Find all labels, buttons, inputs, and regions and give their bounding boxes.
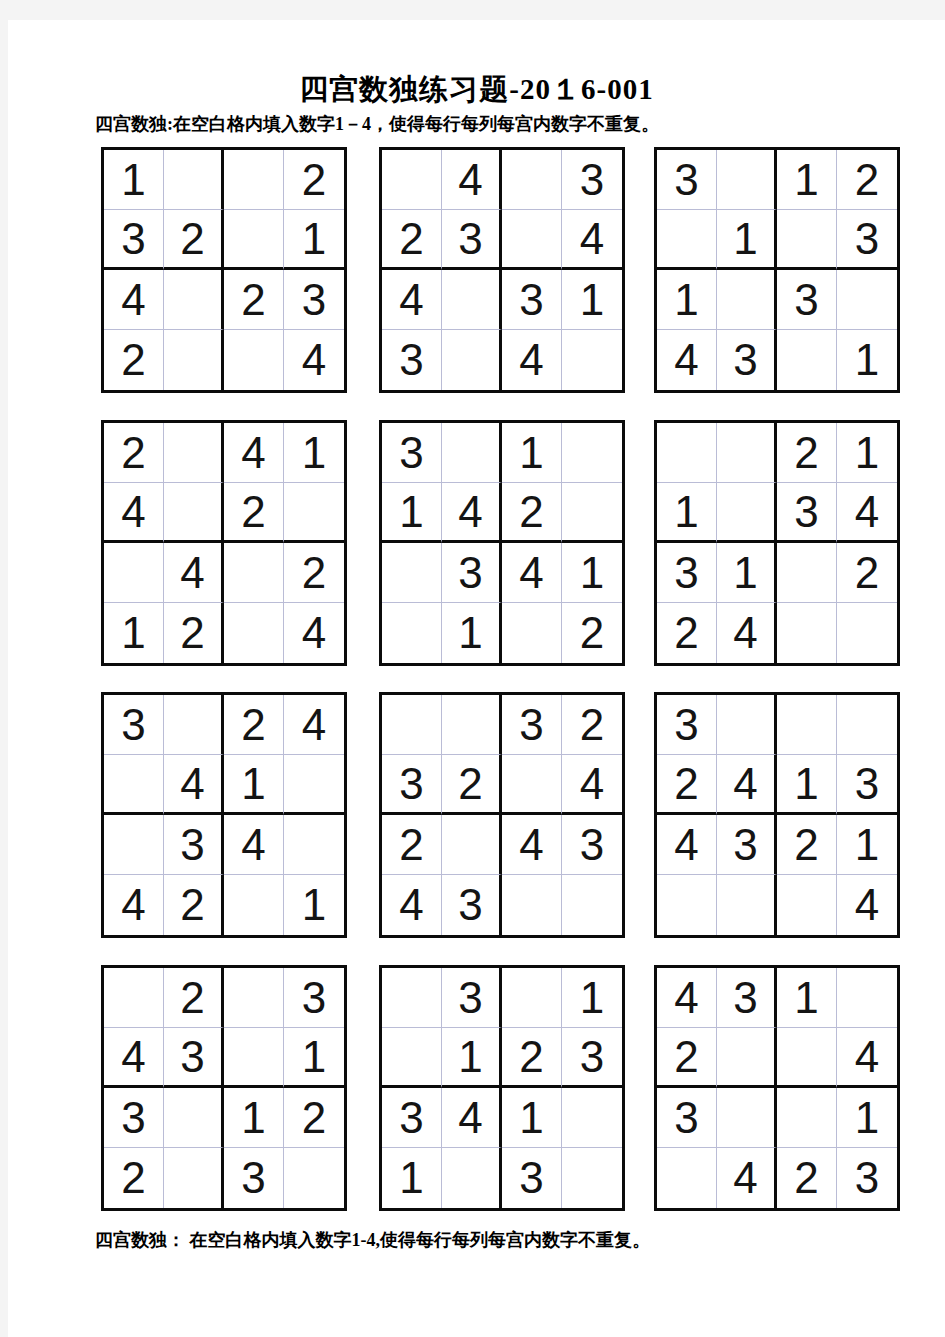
given-digit: 4	[674, 976, 698, 1020]
given-digit: 4	[855, 883, 879, 927]
given-digit: 4	[399, 883, 423, 927]
grid5-cell-r4c4[interactable]: 2	[562, 603, 622, 663]
grid11-cell-r2c3[interactable]: 2	[502, 1028, 562, 1088]
grid4-cell-r3c3[interactable]	[224, 543, 284, 603]
grid5-cell-r1c2[interactable]	[442, 423, 502, 483]
given-digit: 3	[121, 703, 145, 747]
grid12-cell-r2c1[interactable]: 2	[657, 1028, 717, 1088]
grid12-cell-r4c3[interactable]: 2	[777, 1148, 837, 1208]
grid1-cell-r3c3[interactable]: 2	[224, 270, 284, 330]
grid1-cell-r1c3[interactable]	[224, 150, 284, 210]
grid1-cell-r4c2[interactable]	[164, 330, 224, 390]
instruction-top: 四宫数独:在空白格内填入数字1－4，使得每行每列每宫内数字不重复。	[95, 112, 659, 136]
sudoku-grid-7: 3244134421	[101, 692, 347, 938]
given-digit: 4	[180, 762, 204, 806]
grid11-cell-r3c3[interactable]: 1	[502, 1088, 562, 1148]
sudoku-grid-12: 4312431423	[654, 965, 900, 1211]
given-digit: 3	[674, 703, 698, 747]
grid7-cell-r3c2[interactable]: 3	[164, 815, 224, 875]
given-digit: 3	[458, 217, 482, 261]
grid10-cell-r4c4[interactable]	[284, 1148, 344, 1208]
grid11-cell-r3c2[interactable]: 4	[442, 1088, 502, 1148]
grid12-cell-r3c3[interactable]	[777, 1088, 837, 1148]
grid9-cell-r3c4[interactable]: 1	[837, 815, 897, 875]
grid1-cell-r1c2[interactable]	[164, 150, 224, 210]
grid12-cell-r1c1[interactable]: 4	[657, 968, 717, 1028]
grid11-cell-r2c4[interactable]: 3	[562, 1028, 622, 1088]
given-digit: 3	[794, 490, 818, 534]
grid5-cell-r3c1[interactable]	[382, 543, 442, 603]
grid11-cell-r4c2[interactable]	[442, 1148, 502, 1208]
grid6-cell-r1c3[interactable]: 2	[777, 423, 837, 483]
sudoku-grid-6: 2113431224	[654, 420, 900, 666]
sudoku-grid-11: 3112334113	[379, 965, 625, 1211]
grid5-cell-r4c1[interactable]	[382, 603, 442, 663]
given-digit: 2	[458, 762, 482, 806]
grid5-cell-r2c3[interactable]: 2	[502, 483, 562, 543]
grid11-cell-r1c3[interactable]	[502, 968, 562, 1028]
given-digit: 2	[855, 551, 879, 595]
given-digit: 2	[241, 490, 265, 534]
grid9-cell-r2c2[interactable]: 4	[717, 755, 777, 815]
grid1-cell-r4c3[interactable]	[224, 330, 284, 390]
grid1-cell-r1c1[interactable]: 1	[104, 150, 164, 210]
given-digit: 2	[519, 490, 543, 534]
given-digit: 3	[458, 551, 482, 595]
grid8-cell-r2c1[interactable]: 3	[382, 755, 442, 815]
grid9-cell-r4c3[interactable]	[777, 875, 837, 935]
grid9-cell-r1c4[interactable]	[837, 695, 897, 755]
grid12-cell-r2c4[interactable]: 4	[837, 1028, 897, 1088]
grid5-cell-r2c2[interactable]: 4	[442, 483, 502, 543]
grid11-cell-r1c1[interactable]	[382, 968, 442, 1028]
grid4-cell-r4c2[interactable]: 2	[164, 603, 224, 663]
given-digit: 1	[121, 611, 145, 655]
given-digit: 3	[180, 823, 204, 867]
given-digit: 3	[580, 1035, 604, 1079]
grid4-cell-r4c4[interactable]: 4	[284, 603, 344, 663]
given-digit: 2	[674, 1035, 698, 1079]
grid10-cell-r1c1[interactable]	[104, 968, 164, 1028]
grid7-cell-r2c1[interactable]	[104, 755, 164, 815]
given-digit: 4	[121, 490, 145, 534]
grid3-cell-r4c3[interactable]	[777, 330, 837, 390]
given-digit: 3	[733, 823, 757, 867]
grid12-cell-r3c4[interactable]: 1	[837, 1088, 897, 1148]
grid12-cell-r1c4[interactable]	[837, 968, 897, 1028]
grid8-cell-r3c1[interactable]: 2	[382, 815, 442, 875]
grid2-cell-r4c3[interactable]: 4	[502, 330, 562, 390]
grid10-cell-r2c4[interactable]: 1	[284, 1028, 344, 1088]
grid5-cell-r3c2[interactable]: 3	[442, 543, 502, 603]
grid4-cell-r2c4[interactable]	[284, 483, 344, 543]
grid10-cell-r3c2[interactable]	[164, 1088, 224, 1148]
given-digit: 3	[458, 883, 482, 927]
grid7-cell-r3c3[interactable]: 4	[224, 815, 284, 875]
grid4-cell-r1c3[interactable]: 4	[224, 423, 284, 483]
given-digit: 1	[121, 158, 145, 202]
given-digit: 4	[180, 551, 204, 595]
grid9-cell-r2c3[interactable]: 1	[777, 755, 837, 815]
grid3-cell-r3c2[interactable]	[717, 270, 777, 330]
grid2-cell-r1c1[interactable]	[382, 150, 442, 210]
given-digit: 4	[399, 278, 423, 322]
grid9-cell-r1c3[interactable]	[777, 695, 837, 755]
given-digit: 2	[241, 703, 265, 747]
grid8-cell-r2c2[interactable]: 2	[442, 755, 502, 815]
grid1-cell-r3c1[interactable]: 4	[104, 270, 164, 330]
grid4-cell-r2c2[interactable]	[164, 483, 224, 543]
grid10-cell-r3c1[interactable]: 3	[104, 1088, 164, 1148]
grid12-cell-r2c3[interactable]	[777, 1028, 837, 1088]
given-digit: 1	[855, 1096, 879, 1140]
grid4-cell-r1c1[interactable]: 2	[104, 423, 164, 483]
grid1-cell-r2c4[interactable]: 1	[284, 210, 344, 270]
grid5-cell-r4c3[interactable]	[502, 603, 562, 663]
grid3-cell-r2c2[interactable]: 1	[717, 210, 777, 270]
given-digit: 2	[399, 823, 423, 867]
grid7-cell-r3c1[interactable]	[104, 815, 164, 875]
grid1-cell-r2c1[interactable]: 3	[104, 210, 164, 270]
grid9-cell-r3c2[interactable]: 3	[717, 815, 777, 875]
grid9-cell-r1c1[interactable]: 3	[657, 695, 717, 755]
grid10-cell-r2c3[interactable]	[224, 1028, 284, 1088]
given-digit: 3	[121, 1096, 145, 1140]
given-digit: 4	[519, 823, 543, 867]
grid12-cell-r1c2[interactable]: 3	[717, 968, 777, 1028]
grid7-cell-r4c1[interactable]: 4	[104, 875, 164, 935]
grid10-cell-r3c3[interactable]: 1	[224, 1088, 284, 1148]
given-digit: 4	[121, 883, 145, 927]
given-digit: 3	[794, 278, 818, 322]
grid2-cell-r2c3[interactable]	[502, 210, 562, 270]
sudoku-grid-5: 3114234112	[379, 420, 625, 666]
given-digit: 1	[399, 490, 423, 534]
grid11-cell-r4c4[interactable]	[562, 1148, 622, 1208]
given-digit: 1	[580, 976, 604, 1020]
grid3-cell-r2c3[interactable]	[777, 210, 837, 270]
grid6-cell-r3c3[interactable]	[777, 543, 837, 603]
given-digit: 1	[794, 976, 818, 1020]
given-digit: 4	[519, 338, 543, 382]
grid3-cell-r2c4[interactable]: 3	[837, 210, 897, 270]
grid1-cell-r2c2[interactable]: 2	[164, 210, 224, 270]
grid12-cell-r2c2[interactable]	[717, 1028, 777, 1088]
grid1-cell-r3c2[interactable]	[164, 270, 224, 330]
grid7-cell-r2c3[interactable]: 1	[224, 755, 284, 815]
grid9-cell-r4c1[interactable]	[657, 875, 717, 935]
given-digit: 2	[794, 431, 818, 475]
grid8-cell-r1c3[interactable]: 3	[502, 695, 562, 755]
grid6-cell-r4c1[interactable]: 2	[657, 603, 717, 663]
given-digit: 1	[855, 823, 879, 867]
grid6-cell-r1c2[interactable]	[717, 423, 777, 483]
given-digit: 4	[121, 278, 145, 322]
given-digit: 3	[580, 823, 604, 867]
sudoku-grid-8: 3232424343	[379, 692, 625, 938]
grid5-cell-r1c4[interactable]	[562, 423, 622, 483]
grid5-cell-r2c1[interactable]: 1	[382, 483, 442, 543]
grid3-cell-r3c3[interactable]: 3	[777, 270, 837, 330]
grid10-cell-r4c3[interactable]: 3	[224, 1148, 284, 1208]
given-digit: 4	[241, 823, 265, 867]
given-digit: 4	[302, 703, 326, 747]
grid3-cell-r1c4[interactable]: 2	[837, 150, 897, 210]
given-digit: 3	[855, 217, 879, 261]
given-digit: 1	[399, 1156, 423, 1200]
given-digit: 1	[241, 1096, 265, 1140]
grid6-cell-r2c4[interactable]: 4	[837, 483, 897, 543]
grid2-cell-r3c3[interactable]: 3	[502, 270, 562, 330]
given-digit: 4	[855, 1035, 879, 1079]
grid6-cell-r4c2[interactable]: 4	[717, 603, 777, 663]
grid3-cell-r1c3[interactable]: 1	[777, 150, 837, 210]
given-digit: 3	[302, 976, 326, 1020]
grid7-cell-r1c1[interactable]: 3	[104, 695, 164, 755]
grid11-cell-r3c1[interactable]: 3	[382, 1088, 442, 1148]
grid2-cell-r4c1[interactable]: 3	[382, 330, 442, 390]
given-digit: 2	[180, 217, 204, 261]
grid10-cell-r3c4[interactable]: 2	[284, 1088, 344, 1148]
grid8-cell-r4c1[interactable]: 4	[382, 875, 442, 935]
grid4-cell-r4c1[interactable]: 1	[104, 603, 164, 663]
grid5-cell-r3c3[interactable]: 4	[502, 543, 562, 603]
given-digit: 1	[580, 551, 604, 595]
given-digit: 1	[302, 217, 326, 261]
grid9-cell-r1c2[interactable]	[717, 695, 777, 755]
given-digit: 3	[399, 431, 423, 475]
given-digit: 2	[241, 278, 265, 322]
grid12-cell-r4c1[interactable]	[657, 1148, 717, 1208]
given-digit: 3	[302, 278, 326, 322]
given-digit: 2	[674, 762, 698, 806]
grid10-cell-r4c2[interactable]	[164, 1148, 224, 1208]
grid1-cell-r1c4[interactable]: 2	[284, 150, 344, 210]
given-digit: 1	[519, 1096, 543, 1140]
grid7-cell-r2c4[interactable]	[284, 755, 344, 815]
given-digit: 3	[241, 1156, 265, 1200]
grid2-cell-r3c1[interactable]: 4	[382, 270, 442, 330]
given-digit: 1	[733, 551, 757, 595]
given-digit: 4	[302, 611, 326, 655]
grid10-cell-r1c2[interactable]: 2	[164, 968, 224, 1028]
grid7-cell-r4c4[interactable]: 1	[284, 875, 344, 935]
grid3-cell-r2c1[interactable]	[657, 210, 717, 270]
grid4-cell-r1c2[interactable]	[164, 423, 224, 483]
grid9-cell-r3c1[interactable]: 4	[657, 815, 717, 875]
grid4-cell-r1c4[interactable]: 1	[284, 423, 344, 483]
given-digit: 3	[399, 762, 423, 806]
grid2-cell-r2c2[interactable]: 3	[442, 210, 502, 270]
given-digit: 1	[302, 1035, 326, 1079]
given-digit: 1	[458, 1035, 482, 1079]
given-digit: 3	[855, 1156, 879, 1200]
given-digit: 4	[458, 1096, 482, 1140]
grid1-cell-r3c4[interactable]: 3	[284, 270, 344, 330]
grid12-cell-r1c3[interactable]: 1	[777, 968, 837, 1028]
grid3-cell-r3c1[interactable]: 1	[657, 270, 717, 330]
page-title: 四宫数独练习题-20１6-001	[8, 70, 945, 110]
given-digit: 1	[674, 490, 698, 534]
grid9-cell-r4c4[interactable]: 4	[837, 875, 897, 935]
grid6-cell-r3c4[interactable]: 2	[837, 543, 897, 603]
grid8-cell-r1c4[interactable]: 2	[562, 695, 622, 755]
grid9-cell-r4c2[interactable]	[717, 875, 777, 935]
given-digit: 2	[121, 1156, 145, 1200]
given-digit: 1	[733, 217, 757, 261]
given-digit: 4	[733, 762, 757, 806]
given-digit: 2	[855, 158, 879, 202]
grid12-cell-r4c2[interactable]: 4	[717, 1148, 777, 1208]
grid8-cell-r4c4[interactable]	[562, 875, 622, 935]
grid3-cell-r4c4[interactable]: 1	[837, 330, 897, 390]
grid6-cell-r4c3[interactable]	[777, 603, 837, 663]
grid8-cell-r3c4[interactable]: 3	[562, 815, 622, 875]
given-digit: 3	[733, 338, 757, 382]
grid7-cell-r3c4[interactable]	[284, 815, 344, 875]
grid2-cell-r4c4[interactable]	[562, 330, 622, 390]
grid5-cell-r2c4[interactable]	[562, 483, 622, 543]
given-digit: 4	[458, 158, 482, 202]
grid1-cell-r4c1[interactable]: 2	[104, 330, 164, 390]
grid11-cell-r2c2[interactable]: 1	[442, 1028, 502, 1088]
given-digit: 3	[180, 1035, 204, 1079]
sudoku-grid-3: 3121313431	[654, 147, 900, 393]
given-digit: 1	[241, 762, 265, 806]
given-digit: 4	[458, 490, 482, 534]
grid9-cell-r2c1[interactable]: 2	[657, 755, 717, 815]
sudoku-grid-1: 1232142324	[101, 147, 347, 393]
grid5-cell-r1c3[interactable]: 1	[502, 423, 562, 483]
grid6-cell-r2c2[interactable]	[717, 483, 777, 543]
grid10-cell-r2c2[interactable]: 3	[164, 1028, 224, 1088]
grid11-cell-r1c4[interactable]: 1	[562, 968, 622, 1028]
given-digit: 3	[855, 762, 879, 806]
grid8-cell-r1c2[interactable]	[442, 695, 502, 755]
given-digit: 4	[580, 762, 604, 806]
given-digit: 1	[855, 338, 879, 382]
grid2-cell-r1c2[interactable]: 4	[442, 150, 502, 210]
grid2-cell-r1c4[interactable]: 3	[562, 150, 622, 210]
grid4-cell-r3c1[interactable]	[104, 543, 164, 603]
given-digit: 3	[580, 158, 604, 202]
grid10-cell-r1c4[interactable]: 3	[284, 968, 344, 1028]
given-digit: 2	[794, 1156, 818, 1200]
grid3-cell-r4c1[interactable]: 4	[657, 330, 717, 390]
given-digit: 1	[855, 431, 879, 475]
given-digit: 1	[302, 431, 326, 475]
grid6-cell-r3c2[interactable]: 1	[717, 543, 777, 603]
grid6-cell-r2c1[interactable]: 1	[657, 483, 717, 543]
grid11-cell-r4c3[interactable]: 3	[502, 1148, 562, 1208]
grid4-cell-r4c3[interactable]	[224, 603, 284, 663]
given-digit: 2	[302, 158, 326, 202]
grid8-cell-r4c3[interactable]	[502, 875, 562, 935]
grid3-cell-r1c1[interactable]: 3	[657, 150, 717, 210]
grid1-cell-r4c4[interactable]: 4	[284, 330, 344, 390]
grid2-cell-r3c2[interactable]	[442, 270, 502, 330]
given-digit: 1	[794, 762, 818, 806]
grid6-cell-r3c1[interactable]: 3	[657, 543, 717, 603]
grid5-cell-r3c4[interactable]: 1	[562, 543, 622, 603]
given-digit: 3	[399, 1096, 423, 1140]
grid7-cell-r2c2[interactable]: 4	[164, 755, 224, 815]
grid6-cell-r1c1[interactable]	[657, 423, 717, 483]
grid7-cell-r4c3[interactable]	[224, 875, 284, 935]
given-digit: 4	[674, 338, 698, 382]
grid7-cell-r1c4[interactable]: 4	[284, 695, 344, 755]
grid6-cell-r2c3[interactable]: 3	[777, 483, 837, 543]
grid2-cell-r2c4[interactable]: 4	[562, 210, 622, 270]
grid10-cell-r4c1[interactable]: 2	[104, 1148, 164, 1208]
grid2-cell-r1c3[interactable]	[502, 150, 562, 210]
grid2-cell-r2c1[interactable]: 2	[382, 210, 442, 270]
grid8-cell-r2c4[interactable]: 4	[562, 755, 622, 815]
grid12-cell-r3c2[interactable]	[717, 1088, 777, 1148]
grid2-cell-r3c4[interactable]: 1	[562, 270, 622, 330]
given-digit: 4	[121, 1035, 145, 1079]
grid6-cell-r4c4[interactable]	[837, 603, 897, 663]
grid4-cell-r2c1[interactable]: 4	[104, 483, 164, 543]
sudoku-grid-9: 3241343214	[654, 692, 900, 938]
grid12-cell-r3c1[interactable]: 3	[657, 1088, 717, 1148]
grid11-cell-r3c4[interactable]	[562, 1088, 622, 1148]
grid10-cell-r1c3[interactable]	[224, 968, 284, 1028]
grid4-cell-r3c4[interactable]: 2	[284, 543, 344, 603]
grid6-cell-r1c4[interactable]: 1	[837, 423, 897, 483]
grid7-cell-r4c2[interactable]: 2	[164, 875, 224, 935]
given-digit: 2	[580, 611, 604, 655]
grid8-cell-r2c3[interactable]	[502, 755, 562, 815]
grid11-cell-r1c2[interactable]: 3	[442, 968, 502, 1028]
grid8-cell-r1c1[interactable]	[382, 695, 442, 755]
grid7-cell-r1c3[interactable]: 2	[224, 695, 284, 755]
grid3-cell-r1c2[interactable]	[717, 150, 777, 210]
grid11-cell-r2c1[interactable]	[382, 1028, 442, 1088]
instruction-bottom: 四宫数独： 在空白格内填入数字1-4,使得每行每列每宫内数字不重复。	[95, 1228, 650, 1252]
given-digit: 3	[121, 217, 145, 261]
given-digit: 3	[519, 703, 543, 747]
given-digit: 2	[121, 431, 145, 475]
given-digit: 3	[519, 278, 543, 322]
given-digit: 4	[674, 823, 698, 867]
grid4-cell-r3c2[interactable]: 4	[164, 543, 224, 603]
grid4-cell-r2c3[interactable]: 2	[224, 483, 284, 543]
grid9-cell-r2c4[interactable]: 3	[837, 755, 897, 815]
sudoku-grid-2: 4323443134	[379, 147, 625, 393]
grid8-cell-r3c2[interactable]	[442, 815, 502, 875]
given-digit: 3	[674, 551, 698, 595]
sudoku-grid-4: 2414242124	[101, 420, 347, 666]
grid3-cell-r3c4[interactable]	[837, 270, 897, 330]
grid8-cell-r4c2[interactable]: 3	[442, 875, 502, 935]
grid5-cell-r1c1[interactable]: 3	[382, 423, 442, 483]
given-digit: 1	[580, 278, 604, 322]
grid8-cell-r3c3[interactable]: 4	[502, 815, 562, 875]
grid11-cell-r4c1[interactable]: 1	[382, 1148, 442, 1208]
grid5-cell-r4c2[interactable]: 1	[442, 603, 502, 663]
given-digit: 2	[794, 823, 818, 867]
grid3-cell-r4c2[interactable]: 3	[717, 330, 777, 390]
given-digit: 2	[302, 1096, 326, 1140]
grid9-cell-r3c3[interactable]: 2	[777, 815, 837, 875]
grid2-cell-r4c2[interactable]	[442, 330, 502, 390]
grid10-cell-r2c1[interactable]: 4	[104, 1028, 164, 1088]
given-digit: 2	[121, 338, 145, 382]
grid7-cell-r1c2[interactable]	[164, 695, 224, 755]
grid1-cell-r2c3[interactable]	[224, 210, 284, 270]
grid12-cell-r4c4[interactable]: 3	[837, 1148, 897, 1208]
